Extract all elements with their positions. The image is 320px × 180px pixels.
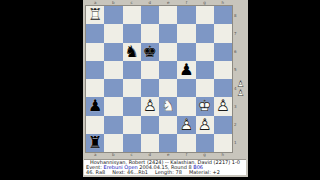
square-d4[interactable]: [141, 79, 159, 97]
square-g2[interactable]: ♟♙: [196, 116, 214, 134]
file-label-c: c: [123, 152, 141, 158]
square-c7[interactable]: [123, 24, 141, 42]
file-label-f: f: [177, 152, 195, 158]
square-e8[interactable]: [159, 6, 177, 24]
square-f1[interactable]: [177, 134, 195, 152]
square-a1[interactable]: ♜: [86, 134, 104, 152]
square-g1[interactable]: [196, 134, 214, 152]
square-h7[interactable]: [214, 24, 232, 42]
square-f8[interactable]: [177, 6, 195, 24]
square-c1[interactable]: [123, 134, 141, 152]
white-knight: ♞♘: [159, 97, 177, 115]
square-g5[interactable]: [196, 61, 214, 79]
black-pawn: ♟: [177, 61, 195, 79]
square-d1[interactable]: [141, 134, 159, 152]
square-g3[interactable]: ♚♔: [196, 97, 214, 115]
square-d8[interactable]: [141, 6, 159, 24]
square-b1[interactable]: [104, 134, 122, 152]
material-balance: Material: +2: [189, 169, 220, 175]
chessboard-panel: abcdefgh ♜♖♞♚♟♟♟♙♞♘♚♔♟♙♟♙♟♙♜ 87654321 ab…: [83, 0, 248, 177]
square-c3[interactable]: [123, 97, 141, 115]
square-h1[interactable]: [214, 134, 232, 152]
square-e1[interactable]: [159, 134, 177, 152]
black-pawn: ♟: [86, 97, 104, 115]
square-c4[interactable]: [123, 79, 141, 97]
rank-label-1: 1: [233, 134, 241, 152]
rank-label-8: 8: [233, 6, 241, 24]
rank-label-2: 2: [233, 116, 241, 134]
square-h6[interactable]: [214, 43, 232, 61]
square-d5[interactable]: [141, 61, 159, 79]
square-c8[interactable]: [123, 6, 141, 24]
black-king: ♚: [141, 43, 159, 61]
video-frame: abcdefgh ♜♖♞♚♟♟♟♙♞♘♚♔♟♙♟♙♟♙♜ 87654321 ab…: [0, 0, 320, 180]
file-label-d: d: [141, 152, 159, 158]
square-h5[interactable]: [214, 61, 232, 79]
white-pawn: ♟♙: [236, 89, 246, 98]
white-pawn: ♟♙: [177, 116, 195, 134]
file-label-e: e: [159, 152, 177, 158]
square-f2[interactable]: ♟♙: [177, 116, 195, 134]
square-f5[interactable]: ♟: [177, 61, 195, 79]
black-knight: ♞: [123, 43, 141, 61]
square-b2[interactable]: [104, 116, 122, 134]
game-info-panel: Hovhannisyan, Robert (2424) -- Kalashian…: [84, 159, 246, 175]
square-f7[interactable]: [177, 24, 195, 42]
rank-label-7: 7: [233, 24, 241, 42]
square-h8[interactable]: [214, 6, 232, 24]
square-f6[interactable]: [177, 43, 195, 61]
square-d3[interactable]: ♟♙: [141, 97, 159, 115]
square-a5[interactable]: [86, 61, 104, 79]
black-rook: ♜: [86, 134, 104, 152]
last-move: 46. Ra8: [86, 169, 105, 175]
file-label-h: h: [214, 152, 232, 158]
white-pawn: ♟♙: [141, 97, 159, 115]
square-c5[interactable]: [123, 61, 141, 79]
square-a7[interactable]: [86, 24, 104, 42]
square-b4[interactable]: [104, 79, 122, 97]
square-b6[interactable]: [104, 43, 122, 61]
square-f4[interactable]: [177, 79, 195, 97]
square-e6[interactable]: [159, 43, 177, 61]
square-d6[interactable]: ♚: [141, 43, 159, 61]
square-b7[interactable]: [104, 24, 122, 42]
square-a2[interactable]: [86, 116, 104, 134]
file-labels-bottom: abcdefgh: [86, 152, 232, 158]
file-label-a: a: [86, 152, 104, 158]
square-g6[interactable]: [196, 43, 214, 61]
square-h3[interactable]: ♟♙: [214, 97, 232, 115]
square-c6[interactable]: ♞: [123, 43, 141, 61]
square-g8[interactable]: [196, 6, 214, 24]
next-move: Next: 46...Rb1: [112, 169, 148, 175]
square-a6[interactable]: [86, 43, 104, 61]
rank-label-6: 6: [233, 43, 241, 61]
square-e3[interactable]: ♞♘: [159, 97, 177, 115]
square-e7[interactable]: [159, 24, 177, 42]
square-c2[interactable]: [123, 116, 141, 134]
square-e4[interactable]: [159, 79, 177, 97]
file-label-b: b: [104, 152, 122, 158]
game-length: Length: 78: [155, 169, 182, 175]
square-e2[interactable]: [159, 116, 177, 134]
square-d7[interactable]: [141, 24, 159, 42]
file-label-g: g: [196, 152, 214, 158]
move-status-line: 46. Ra8Next: 46...Rb1Length: 78Material:…: [84, 170, 246, 175]
white-king: ♚♔: [196, 97, 214, 115]
square-g4[interactable]: [196, 79, 214, 97]
white-pawn: ♟♙: [196, 116, 214, 134]
rank-label-5: 5: [233, 61, 241, 79]
white-pawn: ♟♙: [214, 97, 232, 115]
white-rook: ♜♖: [86, 6, 104, 24]
square-h2[interactable]: [214, 116, 232, 134]
square-b8[interactable]: [104, 6, 122, 24]
square-f3[interactable]: [177, 97, 195, 115]
square-d2[interactable]: [141, 116, 159, 134]
square-a8[interactable]: ♜♖: [86, 6, 104, 24]
square-g7[interactable]: [196, 24, 214, 42]
captured-material-tray: ♟♙♟♙: [234, 80, 247, 100]
square-a4[interactable]: [86, 79, 104, 97]
square-b3[interactable]: [104, 97, 122, 115]
square-e5[interactable]: [159, 61, 177, 79]
square-h4[interactable]: [214, 79, 232, 97]
square-b5[interactable]: [104, 61, 122, 79]
square-a3[interactable]: ♟: [86, 97, 104, 115]
board: ♜♖♞♚♟♟♟♙♞♘♚♔♟♙♟♙♟♙♜: [85, 5, 233, 153]
